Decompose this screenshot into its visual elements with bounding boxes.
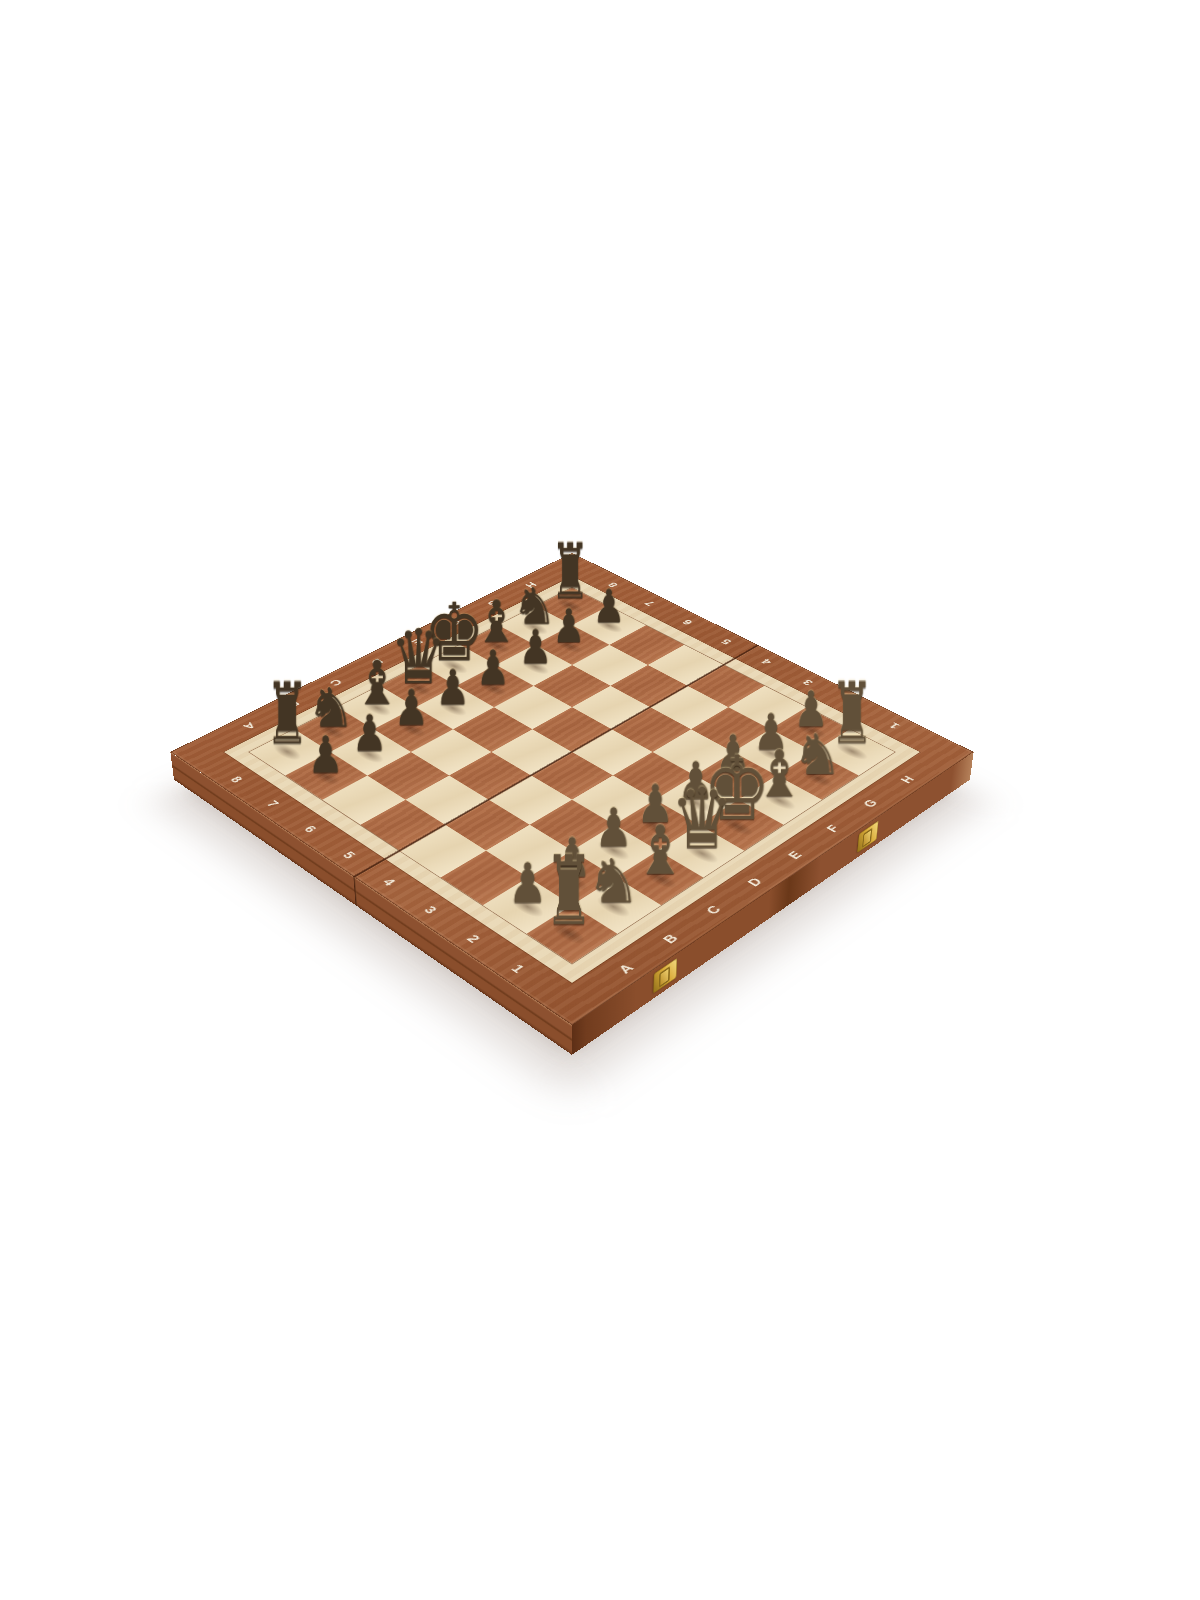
fold-seam-side <box>353 876 357 906</box>
rank-label-7: 7 <box>642 599 658 607</box>
file-label-A: A <box>614 961 637 976</box>
board-top-surface: ♜♟♟♜♞♟♟♞♝♟♟♝♚♟♟♚♛♟♟♛♝♟♟♝♞♟♟♞♜♟♟♜ 8765432… <box>170 553 973 1025</box>
file-label-B: B <box>658 931 680 945</box>
rank-label-7: 7 <box>264 798 283 809</box>
piece-glyph: ♟ <box>552 602 585 649</box>
file-label-D: D <box>743 875 765 888</box>
piece-glyph: ♟ <box>518 623 551 670</box>
piece-glyph: ♟ <box>508 855 547 911</box>
rank-label-1: 1 <box>886 721 903 731</box>
piece-glyph: ♟ <box>592 583 624 629</box>
rank-label-4: 4 <box>380 875 400 887</box>
file-label-A: A <box>240 720 259 731</box>
rank-label-6: 6 <box>680 618 696 627</box>
piece-glyph: ♟ <box>352 708 388 758</box>
piece-glyph: ♟ <box>476 643 510 691</box>
piece-glyph: ♟ <box>394 683 429 733</box>
file-label-C: C <box>701 902 723 916</box>
rank-label-5: 5 <box>719 637 735 646</box>
piece-glyph: ♞ <box>586 851 640 912</box>
file-label-H: H <box>896 773 917 785</box>
file-label-G: G <box>860 797 881 809</box>
product-photo: ♜♟♟♜♞♟♟♞♝♟♟♝♚♟♟♚♛♟♟♛♝♟♟♝♞♟♟♞♜♟♟♜ 8765432… <box>0 0 1200 1600</box>
rank-label-6: 6 <box>301 823 321 834</box>
piece-glyph: ♝ <box>634 816 687 884</box>
square-a6 <box>322 775 405 824</box>
piece-glyph: ♜ <box>265 670 308 755</box>
file-label-F: F <box>823 823 843 835</box>
rank-label-3: 3 <box>421 903 441 916</box>
piece-glyph: ♟ <box>307 729 343 780</box>
file-label-E: E <box>784 848 805 861</box>
rank-label-2: 2 <box>464 932 484 945</box>
rank-label-5: 5 <box>340 849 360 861</box>
photo-scene: ♜♟♟♜♞♟♟♞♝♟♟♝♚♟♟♚♛♟♟♛♝♟♟♝♞♟♟♞♜♟♟♜ 8765432… <box>288 468 856 1036</box>
piece-glyph: ♟ <box>435 663 469 712</box>
rank-label-4: 4 <box>759 657 775 666</box>
chess-board: ♜♟♟♜♞♟♟♞♝♟♟♝♚♟♟♚♛♟♟♛♝♟♟♝♞♟♟♞♜♟♟♜ 8765432… <box>170 553 973 1025</box>
rank-label-1: 1 <box>509 961 530 975</box>
rank-label-8: 8 <box>228 774 247 785</box>
piece-glyph: ♜ <box>544 842 592 938</box>
square-d4 <box>531 752 613 800</box>
